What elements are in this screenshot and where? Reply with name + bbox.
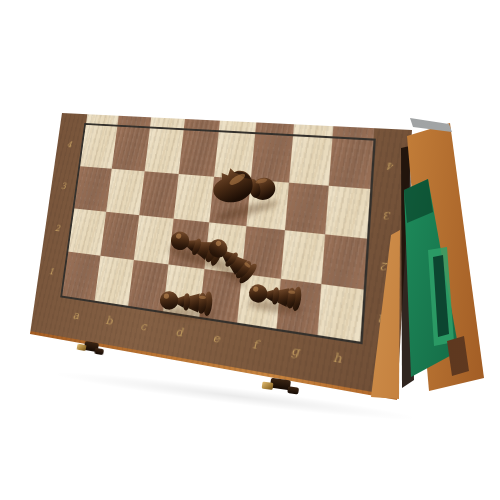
pieces-layer [0, 0, 500, 500]
pawn-lying-near-d1 [157, 285, 217, 320]
knight-lying-near-e4 [203, 158, 281, 223]
pawn-lying-near-f1 [245, 277, 307, 315]
product-photo: 43214321abcdefgh [0, 0, 500, 500]
